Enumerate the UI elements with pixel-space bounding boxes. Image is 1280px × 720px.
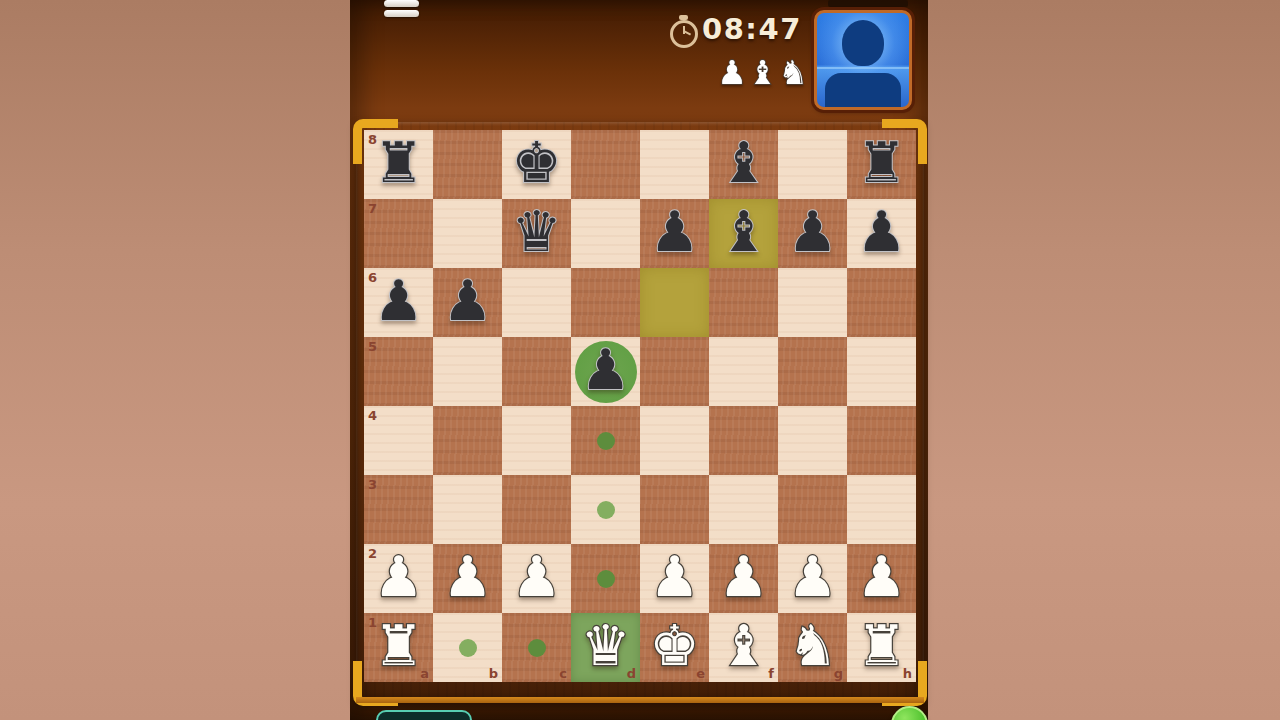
captured-knight-icon: ♞: [778, 52, 808, 94]
square-a8[interactable]: ♜8: [364, 130, 433, 199]
square-b7[interactable]: [433, 199, 502, 268]
square-a4[interactable]: 4: [364, 406, 433, 475]
piece-black-rook: ♜: [847, 130, 916, 199]
square-c8[interactable]: ♚: [502, 130, 571, 199]
square-g2[interactable]: ♟: [778, 544, 847, 613]
rank-label: 8: [368, 132, 377, 147]
board-frame: ♜8♚♝♜7♛♟♝♟♟♟6♟5♟43♟2♟♟♟♟♟♟♜1abc♛d♚e♝f♞g♜…: [356, 122, 924, 703]
square-a5[interactable]: 5: [364, 337, 433, 406]
piece-black-pawn: ♟: [847, 199, 916, 268]
square-c2[interactable]: ♟: [502, 544, 571, 613]
square-c7[interactable]: ♛: [502, 199, 571, 268]
legal-move-dot[interactable]: [459, 639, 477, 657]
square-d8[interactable]: [571, 130, 640, 199]
file-label: a: [420, 666, 429, 681]
square-d4[interactable]: [571, 406, 640, 475]
square-c5[interactable]: [502, 337, 571, 406]
piece-black-bishop: ♝: [709, 199, 778, 268]
hamburger-bar: [384, 10, 419, 17]
file-label: d: [627, 666, 636, 681]
square-e4[interactable]: [640, 406, 709, 475]
captured-pieces-tray: ♟♝♞: [708, 48, 808, 94]
square-g8[interactable]: [778, 130, 847, 199]
square-c6[interactable]: [502, 268, 571, 337]
rank-label: 4: [368, 408, 377, 423]
square-b8[interactable]: [433, 130, 502, 199]
rank-label: 7: [368, 201, 377, 216]
file-label: g: [834, 666, 843, 681]
piece-black-pawn: ♟: [778, 199, 847, 268]
piece-black-pawn: ♟: [640, 199, 709, 268]
square-b3[interactable]: [433, 475, 502, 544]
piece-black-king: ♚: [502, 130, 571, 199]
piece-black-queen: ♛: [502, 199, 571, 268]
square-f5[interactable]: [709, 337, 778, 406]
square-a1[interactable]: ♜1a: [364, 613, 433, 682]
square-h3[interactable]: [847, 475, 916, 544]
square-e8[interactable]: [640, 130, 709, 199]
square-f4[interactable]: [709, 406, 778, 475]
square-e7[interactable]: ♟: [640, 199, 709, 268]
square-d5[interactable]: ♟: [571, 337, 640, 406]
piece-black-pawn: ♟: [433, 268, 502, 337]
avatar-horizon-line: [817, 67, 909, 69]
square-f6[interactable]: [709, 268, 778, 337]
square-e2[interactable]: ♟: [640, 544, 709, 613]
square-f3[interactable]: [709, 475, 778, 544]
rank-label: 5: [368, 339, 377, 354]
frame-bottom-lip: [356, 697, 924, 703]
square-g6[interactable]: [778, 268, 847, 337]
square-e1[interactable]: ♚e: [640, 613, 709, 682]
square-c4[interactable]: [502, 406, 571, 475]
rank-label: 2: [368, 546, 377, 561]
square-d7[interactable]: [571, 199, 640, 268]
rank-label: 6: [368, 270, 377, 285]
footer-green-circle-button-cropped[interactable]: [891, 706, 928, 720]
square-h5[interactable]: [847, 337, 916, 406]
hamburger-bar: [384, 0, 419, 7]
piece-black-bishop: ♝: [709, 130, 778, 199]
person-silhouette-icon: [842, 20, 884, 66]
legal-move-dot[interactable]: [597, 432, 615, 450]
square-f8[interactable]: ♝: [709, 130, 778, 199]
square-c3[interactable]: [502, 475, 571, 544]
piece-white-pawn: ♟: [502, 544, 571, 613]
square-h7[interactable]: ♟: [847, 199, 916, 268]
square-c1[interactable]: c: [502, 613, 571, 682]
file-label: e: [696, 666, 705, 681]
square-e6[interactable]: [640, 268, 709, 337]
rank-label: 1: [368, 615, 377, 630]
square-a2[interactable]: ♟2: [364, 544, 433, 613]
player-name-cropped: [828, 0, 908, 7]
app-column: 08:47 ♟♝♞ ♜8♚♝♜7♛♟♝♟♟♟6♟5♟43♟2♟♟♟♟♟♟♜1ab…: [350, 0, 928, 720]
person-silhouette-shoulders: [825, 73, 901, 110]
square-f2[interactable]: ♟: [709, 544, 778, 613]
square-g7[interactable]: ♟: [778, 199, 847, 268]
square-h1[interactable]: ♜h: [847, 613, 916, 682]
file-label: c: [559, 666, 567, 681]
square-h8[interactable]: ♜: [847, 130, 916, 199]
square-g1[interactable]: ♞g: [778, 613, 847, 682]
square-f1[interactable]: ♝f: [709, 613, 778, 682]
footer-teal-button-cropped[interactable]: [376, 710, 472, 720]
piece-white-pawn: ♟: [709, 544, 778, 613]
square-h6[interactable]: [847, 268, 916, 337]
square-e5[interactable]: [640, 337, 709, 406]
file-label: h: [903, 666, 912, 681]
captured-bishop-icon: ♝: [748, 52, 778, 94]
piece-white-pawn: ♟: [640, 544, 709, 613]
square-d2[interactable]: [571, 544, 640, 613]
square-d1[interactable]: ♛d: [571, 613, 640, 682]
square-h4[interactable]: [847, 406, 916, 475]
piece-white-pawn: ♟: [433, 544, 502, 613]
file-label: f: [768, 666, 774, 681]
square-b4[interactable]: [433, 406, 502, 475]
legal-move-dot[interactable]: [528, 639, 546, 657]
legal-move-dot[interactable]: [597, 501, 615, 519]
square-h2[interactable]: ♟: [847, 544, 916, 613]
piece-black-pawn: ♟: [571, 337, 640, 406]
stopwatch-icon: [668, 15, 700, 51]
square-g5[interactable]: [778, 337, 847, 406]
square-e3[interactable]: [640, 475, 709, 544]
piece-white-pawn: ♟: [778, 544, 847, 613]
square-a3[interactable]: 3: [364, 475, 433, 544]
square-d6[interactable]: [571, 268, 640, 337]
opponent-clock-time: 08:47: [702, 12, 812, 46]
square-b1[interactable]: b: [433, 613, 502, 682]
square-f7[interactable]: ♝: [709, 199, 778, 268]
square-g3[interactable]: [778, 475, 847, 544]
square-b5[interactable]: [433, 337, 502, 406]
square-a7[interactable]: 7: [364, 199, 433, 268]
opponent-avatar[interactable]: [814, 10, 912, 110]
chess-board: ♜8♚♝♜7♛♟♝♟♟♟6♟5♟43♟2♟♟♟♟♟♟♜1abc♛d♚e♝f♞g♜…: [364, 130, 916, 682]
captured-pawn-icon: ♟: [717, 52, 747, 94]
square-d3[interactable]: [571, 475, 640, 544]
legal-move-dot[interactable]: [597, 570, 615, 588]
piece-white-pawn: ♟: [847, 544, 916, 613]
rank-label: 3: [368, 477, 377, 492]
menu-hamburger-icon[interactable]: [384, 0, 419, 20]
file-label: b: [489, 666, 498, 681]
square-b2[interactable]: ♟: [433, 544, 502, 613]
square-b6[interactable]: ♟: [433, 268, 502, 337]
square-a6[interactable]: ♟6: [364, 268, 433, 337]
square-g4[interactable]: [778, 406, 847, 475]
